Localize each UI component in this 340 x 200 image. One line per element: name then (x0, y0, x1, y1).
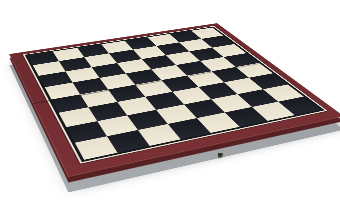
product-photo-background: ♜♞♝♛♚♝♞♜♟♟♟♟♟♟♟♟♟♟♟♟♟♟♟♟♜♞♝♛♚♝♞♜ (0, 0, 340, 200)
folding-chess-board: ♜♞♝♛♚♝♞♜♟♟♟♟♟♟♟♟♟♟♟♟♟♟♟♟♜♞♝♛♚♝♞♜ (9, 23, 340, 177)
